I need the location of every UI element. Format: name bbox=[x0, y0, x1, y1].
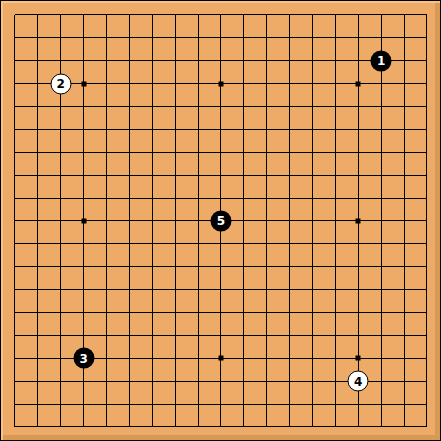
intersection[interactable] bbox=[347, 232, 370, 255]
intersection[interactable] bbox=[324, 141, 347, 164]
intersection[interactable] bbox=[72, 49, 95, 72]
intersection[interactable] bbox=[347, 72, 370, 95]
intersection[interactable] bbox=[393, 72, 416, 95]
intersection[interactable] bbox=[187, 255, 210, 278]
intersection[interactable] bbox=[4, 324, 27, 347]
intersection[interactable] bbox=[95, 232, 118, 255]
intersection[interactable] bbox=[72, 187, 95, 210]
intersection[interactable] bbox=[164, 324, 187, 347]
intersection[interactable] bbox=[118, 118, 141, 141]
intersection[interactable] bbox=[118, 416, 141, 439]
intersection[interactable] bbox=[370, 347, 393, 370]
intersection[interactable] bbox=[141, 164, 164, 187]
intersection[interactable] bbox=[164, 210, 187, 233]
intersection[interactable] bbox=[255, 324, 278, 347]
intersection[interactable] bbox=[347, 278, 370, 301]
intersection[interactable] bbox=[164, 72, 187, 95]
intersection[interactable] bbox=[416, 416, 439, 439]
intersection[interactable] bbox=[210, 278, 233, 301]
intersection[interactable] bbox=[347, 141, 370, 164]
intersection[interactable] bbox=[164, 416, 187, 439]
intersection[interactable] bbox=[72, 72, 95, 95]
intersection[interactable] bbox=[95, 4, 118, 27]
intersection[interactable] bbox=[141, 4, 164, 27]
intersection[interactable] bbox=[118, 72, 141, 95]
intersection[interactable] bbox=[370, 187, 393, 210]
intersection[interactable] bbox=[370, 278, 393, 301]
intersection[interactable] bbox=[95, 393, 118, 416]
intersection[interactable] bbox=[255, 164, 278, 187]
intersection[interactable] bbox=[164, 301, 187, 324]
intersection[interactable] bbox=[301, 301, 324, 324]
intersection[interactable] bbox=[393, 232, 416, 255]
intersection[interactable] bbox=[4, 118, 27, 141]
intersection[interactable] bbox=[347, 4, 370, 27]
intersection[interactable] bbox=[370, 118, 393, 141]
intersection[interactable] bbox=[347, 416, 370, 439]
intersection[interactable] bbox=[255, 4, 278, 27]
intersection[interactable] bbox=[26, 164, 49, 187]
intersection[interactable] bbox=[210, 187, 233, 210]
intersection[interactable] bbox=[118, 49, 141, 72]
intersection[interactable] bbox=[301, 164, 324, 187]
intersection[interactable] bbox=[26, 416, 49, 439]
intersection[interactable] bbox=[278, 187, 301, 210]
intersection[interactable] bbox=[232, 301, 255, 324]
intersection[interactable] bbox=[187, 141, 210, 164]
intersection[interactable] bbox=[187, 393, 210, 416]
intersection[interactable] bbox=[232, 416, 255, 439]
intersection[interactable] bbox=[416, 4, 439, 27]
intersection[interactable] bbox=[164, 232, 187, 255]
intersection[interactable] bbox=[278, 301, 301, 324]
intersection[interactable] bbox=[393, 347, 416, 370]
intersection[interactable]: 3 bbox=[72, 347, 95, 370]
intersection[interactable] bbox=[370, 301, 393, 324]
intersection[interactable] bbox=[301, 4, 324, 27]
intersection[interactable] bbox=[370, 95, 393, 118]
intersection[interactable] bbox=[370, 232, 393, 255]
intersection[interactable] bbox=[141, 324, 164, 347]
intersection[interactable] bbox=[301, 118, 324, 141]
intersection[interactable] bbox=[393, 393, 416, 416]
intersection[interactable] bbox=[393, 187, 416, 210]
intersection[interactable] bbox=[255, 141, 278, 164]
intersection[interactable] bbox=[278, 393, 301, 416]
intersection[interactable] bbox=[301, 370, 324, 393]
intersection[interactable] bbox=[301, 347, 324, 370]
intersection[interactable] bbox=[187, 26, 210, 49]
intersection[interactable] bbox=[26, 278, 49, 301]
intersection[interactable] bbox=[118, 232, 141, 255]
intersection[interactable]: 5 bbox=[210, 210, 233, 233]
intersection[interactable] bbox=[72, 232, 95, 255]
intersection[interactable] bbox=[118, 95, 141, 118]
intersection[interactable] bbox=[232, 95, 255, 118]
intersection[interactable] bbox=[347, 26, 370, 49]
intersection[interactable] bbox=[278, 164, 301, 187]
intersection[interactable] bbox=[118, 255, 141, 278]
intersection[interactable] bbox=[95, 95, 118, 118]
intersection[interactable] bbox=[255, 232, 278, 255]
intersection[interactable] bbox=[95, 324, 118, 347]
intersection[interactable] bbox=[49, 232, 72, 255]
intersection[interactable] bbox=[416, 95, 439, 118]
intersection[interactable] bbox=[393, 255, 416, 278]
intersection[interactable] bbox=[26, 187, 49, 210]
intersection[interactable] bbox=[416, 26, 439, 49]
intersection[interactable] bbox=[255, 416, 278, 439]
intersection[interactable] bbox=[141, 232, 164, 255]
intersection[interactable] bbox=[210, 370, 233, 393]
intersection[interactable] bbox=[393, 210, 416, 233]
intersection[interactable] bbox=[416, 49, 439, 72]
intersection[interactable] bbox=[393, 95, 416, 118]
intersection[interactable] bbox=[141, 347, 164, 370]
intersection[interactable] bbox=[278, 324, 301, 347]
intersection[interactable] bbox=[324, 95, 347, 118]
intersection[interactable] bbox=[164, 49, 187, 72]
intersection[interactable] bbox=[72, 324, 95, 347]
intersection[interactable] bbox=[26, 255, 49, 278]
intersection[interactable] bbox=[232, 4, 255, 27]
intersection[interactable] bbox=[4, 95, 27, 118]
intersection[interactable] bbox=[393, 4, 416, 27]
intersection[interactable] bbox=[141, 141, 164, 164]
intersection[interactable] bbox=[49, 370, 72, 393]
intersection[interactable] bbox=[278, 118, 301, 141]
intersection[interactable] bbox=[187, 324, 210, 347]
intersection[interactable] bbox=[4, 210, 27, 233]
intersection[interactable] bbox=[72, 416, 95, 439]
intersection[interactable] bbox=[416, 141, 439, 164]
intersection[interactable] bbox=[118, 4, 141, 27]
intersection[interactable] bbox=[324, 4, 347, 27]
intersection[interactable] bbox=[4, 370, 27, 393]
intersection[interactable] bbox=[49, 393, 72, 416]
intersection[interactable] bbox=[118, 324, 141, 347]
intersection[interactable] bbox=[210, 26, 233, 49]
intersection[interactable] bbox=[370, 324, 393, 347]
intersection[interactable] bbox=[324, 393, 347, 416]
intersection[interactable] bbox=[232, 26, 255, 49]
intersection[interactable] bbox=[324, 347, 347, 370]
intersection[interactable] bbox=[210, 95, 233, 118]
intersection[interactable] bbox=[72, 164, 95, 187]
intersection[interactable] bbox=[118, 26, 141, 49]
intersection[interactable] bbox=[278, 72, 301, 95]
intersection[interactable] bbox=[72, 301, 95, 324]
intersection[interactable] bbox=[278, 95, 301, 118]
intersection[interactable]: 4 bbox=[347, 370, 370, 393]
intersection[interactable] bbox=[324, 210, 347, 233]
intersection[interactable] bbox=[347, 95, 370, 118]
intersection[interactable] bbox=[26, 49, 49, 72]
intersection[interactable] bbox=[301, 187, 324, 210]
intersection[interactable] bbox=[95, 278, 118, 301]
intersection[interactable] bbox=[210, 301, 233, 324]
intersection[interactable] bbox=[187, 49, 210, 72]
intersection[interactable] bbox=[393, 324, 416, 347]
intersection[interactable] bbox=[164, 187, 187, 210]
intersection[interactable] bbox=[255, 370, 278, 393]
intersection[interactable] bbox=[393, 26, 416, 49]
intersection[interactable] bbox=[370, 26, 393, 49]
intersection[interactable] bbox=[301, 95, 324, 118]
intersection[interactable] bbox=[278, 49, 301, 72]
intersection[interactable] bbox=[416, 232, 439, 255]
intersection[interactable] bbox=[416, 72, 439, 95]
intersection[interactable]: 2 bbox=[49, 72, 72, 95]
intersection[interactable] bbox=[49, 118, 72, 141]
intersection[interactable] bbox=[72, 370, 95, 393]
intersection[interactable] bbox=[255, 187, 278, 210]
intersection[interactable] bbox=[347, 210, 370, 233]
intersection[interactable]: 1 bbox=[370, 49, 393, 72]
intersection[interactable] bbox=[141, 210, 164, 233]
intersection[interactable] bbox=[301, 49, 324, 72]
intersection[interactable] bbox=[232, 187, 255, 210]
intersection[interactable] bbox=[278, 347, 301, 370]
intersection[interactable] bbox=[301, 324, 324, 347]
intersection[interactable] bbox=[347, 118, 370, 141]
intersection[interactable] bbox=[416, 164, 439, 187]
intersection[interactable] bbox=[347, 347, 370, 370]
intersection[interactable] bbox=[370, 370, 393, 393]
intersection[interactable] bbox=[26, 324, 49, 347]
intersection[interactable] bbox=[141, 255, 164, 278]
intersection[interactable] bbox=[416, 118, 439, 141]
intersection[interactable] bbox=[95, 416, 118, 439]
intersection[interactable] bbox=[210, 416, 233, 439]
intersection[interactable] bbox=[4, 4, 27, 27]
intersection[interactable] bbox=[141, 301, 164, 324]
intersection[interactable] bbox=[278, 232, 301, 255]
stone-black-K10[interactable]: 5 bbox=[210, 210, 231, 231]
intersection[interactable] bbox=[4, 301, 27, 324]
intersection[interactable] bbox=[164, 141, 187, 164]
intersection[interactable] bbox=[95, 210, 118, 233]
intersection[interactable] bbox=[255, 210, 278, 233]
intersection[interactable] bbox=[187, 4, 210, 27]
intersection[interactable] bbox=[72, 278, 95, 301]
intersection[interactable] bbox=[324, 72, 347, 95]
intersection[interactable] bbox=[278, 255, 301, 278]
intersection[interactable] bbox=[118, 210, 141, 233]
intersection[interactable] bbox=[324, 370, 347, 393]
intersection[interactable] bbox=[72, 255, 95, 278]
intersection[interactable] bbox=[26, 95, 49, 118]
intersection[interactable] bbox=[4, 26, 27, 49]
intersection[interactable] bbox=[210, 232, 233, 255]
intersection[interactable] bbox=[26, 4, 49, 27]
intersection[interactable] bbox=[416, 278, 439, 301]
intersection[interactable] bbox=[416, 370, 439, 393]
intersection[interactable] bbox=[210, 164, 233, 187]
intersection[interactable] bbox=[49, 95, 72, 118]
intersection[interactable] bbox=[26, 26, 49, 49]
intersection[interactable] bbox=[301, 141, 324, 164]
intersection[interactable] bbox=[187, 347, 210, 370]
intersection[interactable] bbox=[4, 164, 27, 187]
intersection[interactable] bbox=[95, 301, 118, 324]
intersection[interactable] bbox=[255, 49, 278, 72]
intersection[interactable] bbox=[210, 49, 233, 72]
intersection[interactable] bbox=[370, 164, 393, 187]
intersection[interactable] bbox=[370, 4, 393, 27]
intersection[interactable] bbox=[187, 232, 210, 255]
intersection[interactable] bbox=[347, 255, 370, 278]
intersection[interactable] bbox=[187, 187, 210, 210]
intersection[interactable] bbox=[416, 347, 439, 370]
intersection[interactable] bbox=[49, 347, 72, 370]
intersection[interactable] bbox=[49, 187, 72, 210]
intersection[interactable] bbox=[95, 164, 118, 187]
intersection[interactable] bbox=[301, 255, 324, 278]
intersection[interactable] bbox=[26, 72, 49, 95]
intersection[interactable] bbox=[347, 324, 370, 347]
intersection[interactable] bbox=[324, 49, 347, 72]
intersection[interactable] bbox=[278, 4, 301, 27]
intersection[interactable] bbox=[347, 164, 370, 187]
intersection[interactable] bbox=[49, 324, 72, 347]
intersection[interactable] bbox=[255, 347, 278, 370]
intersection[interactable] bbox=[232, 393, 255, 416]
intersection[interactable] bbox=[187, 370, 210, 393]
intersection[interactable] bbox=[72, 95, 95, 118]
intersection[interactable] bbox=[187, 164, 210, 187]
intersection[interactable] bbox=[141, 187, 164, 210]
intersection[interactable] bbox=[95, 255, 118, 278]
intersection[interactable] bbox=[416, 324, 439, 347]
intersection[interactable] bbox=[324, 301, 347, 324]
intersection[interactable] bbox=[72, 210, 95, 233]
intersection[interactable] bbox=[49, 210, 72, 233]
intersection[interactable] bbox=[164, 370, 187, 393]
intersection[interactable] bbox=[4, 393, 27, 416]
intersection[interactable] bbox=[210, 118, 233, 141]
intersection[interactable] bbox=[301, 72, 324, 95]
intersection[interactable] bbox=[232, 370, 255, 393]
intersection[interactable] bbox=[278, 416, 301, 439]
intersection[interactable] bbox=[95, 118, 118, 141]
intersection[interactable] bbox=[347, 393, 370, 416]
intersection[interactable] bbox=[278, 210, 301, 233]
intersection[interactable] bbox=[72, 141, 95, 164]
intersection[interactable] bbox=[324, 416, 347, 439]
intersection[interactable] bbox=[26, 347, 49, 370]
intersection[interactable] bbox=[26, 301, 49, 324]
intersection[interactable] bbox=[164, 4, 187, 27]
intersection[interactable] bbox=[278, 278, 301, 301]
intersection[interactable] bbox=[95, 72, 118, 95]
intersection[interactable] bbox=[118, 187, 141, 210]
intersection[interactable] bbox=[95, 49, 118, 72]
stone-black-D4[interactable]: 3 bbox=[73, 348, 94, 369]
intersection[interactable] bbox=[370, 393, 393, 416]
intersection[interactable] bbox=[210, 141, 233, 164]
intersection[interactable] bbox=[72, 393, 95, 416]
intersection[interactable] bbox=[4, 49, 27, 72]
intersection[interactable] bbox=[187, 278, 210, 301]
intersection[interactable] bbox=[255, 255, 278, 278]
intersection[interactable] bbox=[324, 278, 347, 301]
intersection[interactable] bbox=[347, 49, 370, 72]
intersection[interactable] bbox=[49, 416, 72, 439]
intersection[interactable] bbox=[49, 301, 72, 324]
intersection[interactable] bbox=[95, 141, 118, 164]
intersection[interactable] bbox=[118, 301, 141, 324]
intersection[interactable] bbox=[141, 393, 164, 416]
intersection[interactable] bbox=[72, 26, 95, 49]
intersection[interactable] bbox=[393, 118, 416, 141]
intersection[interactable] bbox=[416, 393, 439, 416]
intersection[interactable] bbox=[164, 118, 187, 141]
intersection[interactable] bbox=[141, 49, 164, 72]
intersection[interactable] bbox=[95, 187, 118, 210]
intersection[interactable] bbox=[118, 370, 141, 393]
intersection[interactable] bbox=[255, 26, 278, 49]
intersection[interactable] bbox=[210, 4, 233, 27]
intersection[interactable] bbox=[347, 187, 370, 210]
intersection[interactable] bbox=[164, 26, 187, 49]
intersection[interactable] bbox=[255, 95, 278, 118]
intersection[interactable] bbox=[118, 393, 141, 416]
intersection[interactable] bbox=[95, 370, 118, 393]
intersection[interactable] bbox=[26, 118, 49, 141]
intersection[interactable] bbox=[4, 278, 27, 301]
stone-black-R17[interactable]: 1 bbox=[371, 50, 392, 71]
intersection[interactable] bbox=[187, 210, 210, 233]
intersection[interactable] bbox=[370, 72, 393, 95]
intersection[interactable] bbox=[164, 255, 187, 278]
intersection[interactable] bbox=[118, 141, 141, 164]
intersection[interactable] bbox=[118, 347, 141, 370]
intersection[interactable] bbox=[416, 255, 439, 278]
intersection[interactable] bbox=[49, 49, 72, 72]
intersection[interactable] bbox=[95, 347, 118, 370]
intersection[interactable] bbox=[164, 393, 187, 416]
intersection[interactable] bbox=[301, 393, 324, 416]
intersection[interactable] bbox=[141, 118, 164, 141]
intersection[interactable] bbox=[324, 164, 347, 187]
intersection[interactable] bbox=[393, 370, 416, 393]
stone-white-C16[interactable]: 2 bbox=[50, 73, 71, 94]
intersection[interactable] bbox=[141, 370, 164, 393]
intersection[interactable] bbox=[370, 255, 393, 278]
intersection[interactable] bbox=[301, 232, 324, 255]
intersection[interactable] bbox=[210, 72, 233, 95]
intersection[interactable] bbox=[26, 393, 49, 416]
intersection[interactable] bbox=[49, 4, 72, 27]
intersection[interactable] bbox=[4, 141, 27, 164]
intersection[interactable] bbox=[187, 416, 210, 439]
intersection[interactable] bbox=[4, 255, 27, 278]
intersection[interactable] bbox=[4, 72, 27, 95]
intersection[interactable] bbox=[26, 232, 49, 255]
intersection[interactable] bbox=[49, 255, 72, 278]
intersection[interactable] bbox=[164, 347, 187, 370]
intersection[interactable] bbox=[278, 141, 301, 164]
intersection[interactable] bbox=[232, 72, 255, 95]
intersection[interactable] bbox=[141, 72, 164, 95]
intersection[interactable] bbox=[95, 26, 118, 49]
intersection[interactable] bbox=[393, 416, 416, 439]
intersection[interactable] bbox=[26, 210, 49, 233]
intersection[interactable] bbox=[255, 72, 278, 95]
intersection[interactable] bbox=[416, 187, 439, 210]
intersection[interactable] bbox=[324, 255, 347, 278]
